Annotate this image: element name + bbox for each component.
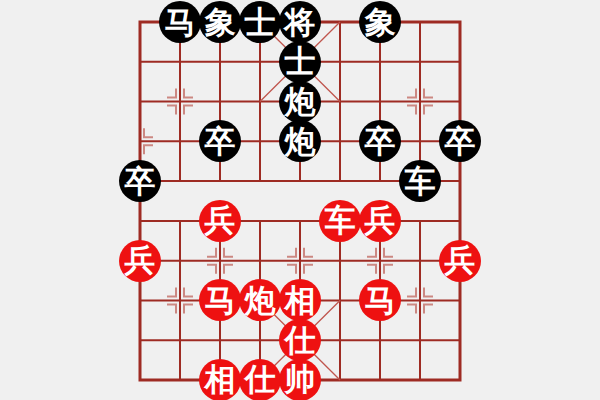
- piece-red-B-f4r7[interactable]: 相: [279, 279, 321, 321]
- piece-red-R-f5r5[interactable]: 车: [319, 200, 361, 242]
- piece-black-a-f3r0[interactable]: 士: [239, 1, 281, 43]
- piece-black-p-f0r4[interactable]: 卒: [119, 160, 161, 202]
- piece-red-P-f2r5[interactable]: 兵: [199, 200, 241, 242]
- piece-red-A-f3r9[interactable]: 仕: [239, 359, 281, 400]
- piece-black-b-f6r0[interactable]: 象: [359, 1, 401, 43]
- piece-black-n-f1r0[interactable]: 马: [159, 1, 201, 43]
- piece-black-b-f2r0[interactable]: 象: [199, 1, 241, 43]
- xiangqi-diagram: 马象士将象士炮卒炮卒卒卒车兵车兵兵兵马炮相马仕相仕帅: [0, 0, 600, 400]
- piece-black-k-f4r0[interactable]: 将: [279, 1, 321, 43]
- xiangqi-board: 马象士将象士炮卒炮卒卒卒车兵车兵兵兵马炮相马仕相仕帅: [120, 2, 480, 400]
- piece-black-p-f6r3[interactable]: 卒: [359, 120, 401, 162]
- piece-red-N-f6r7[interactable]: 马: [359, 279, 401, 321]
- piece-red-N-f2r7[interactable]: 马: [199, 279, 241, 321]
- piece-red-P-f0r6[interactable]: 兵: [119, 240, 161, 282]
- piece-black-p-f2r3[interactable]: 卒: [199, 120, 241, 162]
- piece-red-K-f4r9[interactable]: 帅: [279, 359, 321, 400]
- piece-red-P-f8r6[interactable]: 兵: [439, 240, 481, 282]
- piece-red-A-f4r8[interactable]: 仕: [279, 319, 321, 361]
- piece-red-C-f3r7[interactable]: 炮: [239, 279, 281, 321]
- piece-red-P-f6r5[interactable]: 兵: [359, 200, 401, 242]
- piece-black-r-f7r4[interactable]: 车: [399, 160, 441, 202]
- piece-black-a-f4r1[interactable]: 士: [279, 41, 321, 83]
- piece-red-B-f2r9[interactable]: 相: [199, 359, 241, 400]
- piece-black-p-f8r3[interactable]: 卒: [439, 120, 481, 162]
- piece-black-c-f4r2[interactable]: 炮: [279, 81, 321, 123]
- piece-black-c-f4r3[interactable]: 炮: [279, 120, 321, 162]
